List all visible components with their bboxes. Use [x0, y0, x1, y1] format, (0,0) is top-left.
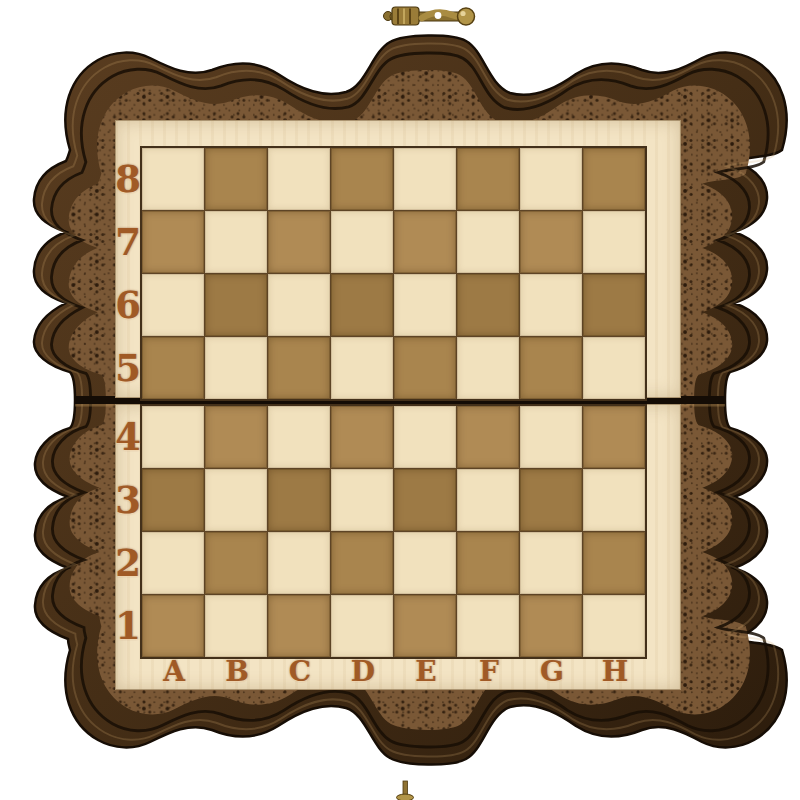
square-d2[interactable]: [331, 532, 393, 594]
rank-label-6: 6: [115, 287, 141, 324]
square-e1[interactable]: [394, 595, 456, 657]
square-d8[interactable]: [331, 148, 393, 210]
square-c6[interactable]: [268, 274, 330, 336]
square-d1[interactable]: [331, 595, 393, 657]
square-h6[interactable]: [583, 274, 645, 336]
square-g3[interactable]: [520, 469, 582, 531]
square-h5[interactable]: [583, 337, 645, 399]
square-h2[interactable]: [583, 532, 645, 594]
rank-label-1: 1: [115, 608, 141, 645]
square-h1[interactable]: [583, 595, 645, 657]
square-f1[interactable]: [457, 595, 519, 657]
square-h7[interactable]: [583, 211, 645, 273]
square-b6[interactable]: [205, 274, 267, 336]
square-e4[interactable]: [394, 406, 456, 468]
square-h8[interactable]: [583, 148, 645, 210]
chess-box: 87654321ABCDEFGH: [0, 0, 800, 800]
square-f4[interactable]: [457, 406, 519, 468]
square-e8[interactable]: [394, 148, 456, 210]
square-f6[interactable]: [457, 274, 519, 336]
square-d7[interactable]: [331, 211, 393, 273]
square-g5[interactable]: [520, 337, 582, 399]
square-d4[interactable]: [331, 406, 393, 468]
square-f5[interactable]: [457, 337, 519, 399]
square-b1[interactable]: [205, 595, 267, 657]
file-label-c: C: [289, 658, 311, 686]
square-c1[interactable]: [268, 595, 330, 657]
square-g2[interactable]: [520, 532, 582, 594]
square-c2[interactable]: [268, 532, 330, 594]
square-e7[interactable]: [394, 211, 456, 273]
rank-label-3: 3: [115, 482, 141, 519]
rank-label-4: 4: [115, 419, 141, 456]
square-d6[interactable]: [331, 274, 393, 336]
brass-latch: [384, 7, 475, 25]
square-a5[interactable]: [142, 337, 204, 399]
square-h3[interactable]: [583, 469, 645, 531]
square-g4[interactable]: [520, 406, 582, 468]
square-c4[interactable]: [268, 406, 330, 468]
square-f8[interactable]: [457, 148, 519, 210]
file-label-e: E: [415, 658, 436, 686]
square-h4[interactable]: [583, 406, 645, 468]
rank-label-7: 7: [115, 224, 141, 261]
square-b8[interactable]: [205, 148, 267, 210]
square-c7[interactable]: [268, 211, 330, 273]
square-a1[interactable]: [142, 595, 204, 657]
square-e5[interactable]: [394, 337, 456, 399]
board-grid-top: [140, 146, 647, 401]
square-c3[interactable]: [268, 469, 330, 531]
square-b5[interactable]: [205, 337, 267, 399]
square-e3[interactable]: [394, 469, 456, 531]
square-d3[interactable]: [331, 469, 393, 531]
square-c5[interactable]: [268, 337, 330, 399]
file-label-h: H: [602, 658, 628, 686]
square-a6[interactable]: [142, 274, 204, 336]
square-b2[interactable]: [205, 532, 267, 594]
square-f3[interactable]: [457, 469, 519, 531]
square-a4[interactable]: [142, 406, 204, 468]
square-g1[interactable]: [520, 595, 582, 657]
file-label-b: B: [225, 658, 249, 686]
square-g7[interactable]: [520, 211, 582, 273]
square-g6[interactable]: [520, 274, 582, 336]
square-a7[interactable]: [142, 211, 204, 273]
square-b7[interactable]: [205, 211, 267, 273]
board-grid-bottom: [140, 404, 647, 659]
file-label-f: F: [479, 658, 499, 686]
file-label-a: A: [163, 658, 185, 686]
square-f7[interactable]: [457, 211, 519, 273]
square-d5[interactable]: [331, 337, 393, 399]
square-b3[interactable]: [205, 469, 267, 531]
rank-label-8: 8: [115, 161, 141, 198]
square-a8[interactable]: [142, 148, 204, 210]
square-b4[interactable]: [205, 406, 267, 468]
rank-label-5: 5: [115, 350, 141, 387]
square-f2[interactable]: [457, 532, 519, 594]
file-label-d: D: [351, 658, 375, 686]
file-label-g: G: [540, 658, 564, 686]
square-g8[interactable]: [520, 148, 582, 210]
brass-pin: [397, 781, 414, 800]
square-a2[interactable]: [142, 532, 204, 594]
rank-label-2: 2: [115, 545, 141, 582]
square-e6[interactable]: [394, 274, 456, 336]
square-c8[interactable]: [268, 148, 330, 210]
square-e2[interactable]: [394, 532, 456, 594]
square-a3[interactable]: [142, 469, 204, 531]
